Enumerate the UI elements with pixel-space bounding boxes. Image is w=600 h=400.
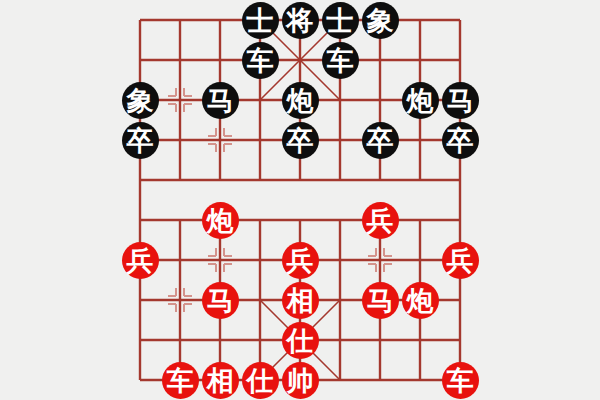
piece-red-horse[interactable]: 马 [202, 282, 239, 319]
piece-red-pawn[interactable]: 兵 [122, 242, 159, 279]
piece-black-elephant[interactable]: 象 [362, 2, 399, 39]
piece-black-king[interactable]: 将 [282, 2, 319, 39]
piece-red-pawn[interactable]: 兵 [362, 202, 399, 239]
piece-black-pawn[interactable]: 卒 [362, 122, 399, 159]
piece-red-advisor[interactable]: 仕 [282, 322, 319, 359]
piece-red-cannon[interactable]: 炮 [202, 202, 239, 239]
xiangqi-screen: 士将士象车车象马炮炮马卒卒卒卒炮兵兵兵兵马相马炮仕车相仕帅车 [0, 0, 600, 400]
piece-red-cannon[interactable]: 炮 [402, 282, 439, 319]
piece-black-chariot[interactable]: 车 [322, 42, 359, 79]
piece-red-chariot[interactable]: 车 [442, 362, 479, 399]
piece-red-advisor[interactable]: 仕 [242, 362, 279, 399]
piece-red-chariot[interactable]: 车 [162, 362, 199, 399]
piece-red-king[interactable]: 帅 [282, 362, 319, 399]
piece-black-horse[interactable]: 马 [202, 82, 239, 119]
piece-black-pawn[interactable]: 卒 [122, 122, 159, 159]
piece-black-advisor[interactable]: 士 [322, 2, 359, 39]
piece-red-pawn[interactable]: 兵 [282, 242, 319, 279]
piece-black-cannon[interactable]: 炮 [282, 82, 319, 119]
piece-black-advisor[interactable]: 士 [242, 2, 279, 39]
piece-black-chariot[interactable]: 车 [242, 42, 279, 79]
piece-red-elephant[interactable]: 相 [202, 362, 239, 399]
piece-black-elephant[interactable]: 象 [122, 82, 159, 119]
piece-black-pawn[interactable]: 卒 [442, 122, 479, 159]
piece-red-elephant[interactable]: 相 [282, 282, 319, 319]
xiangqi-board[interactable]: 士将士象车车象马炮炮马卒卒卒卒炮兵兵兵兵马相马炮仕车相仕帅车 [0, 0, 600, 400]
piece-black-horse[interactable]: 马 [442, 82, 479, 119]
piece-red-pawn[interactable]: 兵 [442, 242, 479, 279]
piece-black-pawn[interactable]: 卒 [282, 122, 319, 159]
piece-black-cannon[interactable]: 炮 [402, 82, 439, 119]
piece-red-horse[interactable]: 马 [362, 282, 399, 319]
